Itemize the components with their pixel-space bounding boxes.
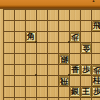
board-square-3-6[interactable]: 香 <box>70 65 81 76</box>
board-grid: 飛角歩金銀香歩歩飛桂銀王歩 <box>3 9 100 100</box>
board-square-9-8[interactable] <box>4 87 15 98</box>
board-square-5-8[interactable] <box>48 87 59 98</box>
board-square-5-7[interactable] <box>48 76 59 87</box>
shogi-piece-sente-pawn[interactable]: 歩 <box>92 87 100 97</box>
file-coordinate-label: 1 <box>92 0 96 3</box>
hoshi-dot <box>35 74 37 76</box>
board-square-5-1[interactable] <box>48 10 59 21</box>
shogi-piece-gote-silver[interactable]: 銀 <box>59 54 69 64</box>
board-square-6-7[interactable] <box>37 76 48 87</box>
board-square-6-4[interactable] <box>37 43 48 54</box>
shogi-piece-sente-rook[interactable]: 飛 <box>92 21 100 31</box>
board-square-1-6[interactable]: 歩 <box>92 65 100 76</box>
shogi-app-screenshot: 1 飛角歩金銀香歩歩飛桂銀王歩 <box>0 0 100 100</box>
board-square-2-6[interactable]: 歩 <box>81 65 92 76</box>
board-square-7-9[interactable] <box>26 98 37 100</box>
hoshi-dot <box>68 74 70 76</box>
board-square-1-3[interactable] <box>92 32 100 43</box>
board-square-7-5[interactable] <box>26 54 37 65</box>
board-square-4-8[interactable] <box>59 87 70 98</box>
board-square-5-4[interactable] <box>48 43 59 54</box>
board-square-6-6[interactable] <box>37 65 48 76</box>
board-square-4-1[interactable] <box>59 10 70 21</box>
board-square-3-2[interactable] <box>70 21 81 32</box>
board-square-9-4[interactable] <box>4 43 15 54</box>
board-square-9-1[interactable] <box>4 10 15 21</box>
board-square-7-4[interactable] <box>26 43 37 54</box>
board-square-6-2[interactable] <box>37 21 48 32</box>
board-square-4-7[interactable]: 飛 <box>59 76 70 87</box>
board-square-3-7[interactable] <box>70 76 81 87</box>
shogi-piece-gote-pawn[interactable]: 歩 <box>92 65 100 75</box>
shogi-piece-sente-lance[interactable]: 香 <box>70 65 80 75</box>
board-square-2-9[interactable] <box>81 98 92 100</box>
board-square-7-7[interactable] <box>26 76 37 87</box>
table-wood-strip: 1 <box>0 0 100 9</box>
board-square-8-8[interactable] <box>15 87 26 98</box>
shogi-piece-gote-gold[interactable]: 金 <box>81 43 91 53</box>
board-square-3-1[interactable] <box>70 10 81 21</box>
board-square-1-4[interactable] <box>92 43 100 54</box>
hoshi-dot <box>35 41 37 43</box>
board-square-8-6[interactable] <box>15 65 26 76</box>
board-square-2-8[interactable]: 王 <box>81 87 92 98</box>
board-square-5-3[interactable] <box>48 32 59 43</box>
board-square-4-9[interactable] <box>59 98 70 100</box>
hoshi-dot <box>68 41 70 43</box>
board-square-1-9[interactable] <box>92 98 100 100</box>
board-square-8-4[interactable] <box>15 43 26 54</box>
board-square-6-3[interactable] <box>37 32 48 43</box>
board-square-3-9[interactable] <box>70 98 81 100</box>
board-square-5-2[interactable] <box>48 21 59 32</box>
board-square-6-5[interactable] <box>37 54 48 65</box>
board-square-4-2[interactable] <box>59 21 70 32</box>
board-square-9-6[interactable] <box>4 65 15 76</box>
board-square-8-7[interactable] <box>15 76 26 87</box>
board-square-5-5[interactable] <box>48 54 59 65</box>
board-square-6-8[interactable] <box>37 87 48 98</box>
board-square-1-8[interactable]: 歩 <box>92 87 100 98</box>
board-square-9-7[interactable] <box>4 76 15 87</box>
board-square-8-3[interactable] <box>15 32 26 43</box>
shogi-piece-sente-knight[interactable]: 桂 <box>92 76 100 86</box>
board-square-3-5[interactable] <box>70 54 81 65</box>
board-square-8-9[interactable] <box>15 98 26 100</box>
board-square-1-1[interactable] <box>92 10 100 21</box>
board-square-3-8[interactable]: 銀 <box>70 87 81 98</box>
board-square-4-5[interactable]: 銀 <box>59 54 70 65</box>
board-square-3-3[interactable]: 歩 <box>70 32 81 43</box>
board-square-7-8[interactable] <box>26 87 37 98</box>
shogi-piece-sente-silver[interactable]: 銀 <box>70 87 80 97</box>
board-square-6-1[interactable] <box>37 10 48 21</box>
board-square-2-1[interactable] <box>81 10 92 21</box>
shogi-piece-sente-king[interactable]: 王 <box>81 87 91 97</box>
shogi-piece-sente-pawn[interactable]: 歩 <box>81 65 91 75</box>
board-square-2-4[interactable]: 金 <box>81 43 92 54</box>
board-square-1-7[interactable]: 桂 <box>92 76 100 87</box>
board-square-9-9[interactable] <box>4 98 15 100</box>
shogi-piece-gote-pawn[interactable]: 歩 <box>70 32 80 42</box>
board-square-9-3[interactable] <box>4 32 15 43</box>
shogi-piece-gote-rook[interactable]: 飛 <box>59 76 69 86</box>
board-square-1-5[interactable] <box>92 54 100 65</box>
board-square-3-4[interactable] <box>70 43 81 54</box>
board-square-7-1[interactable] <box>26 10 37 21</box>
board-square-6-9[interactable] <box>37 98 48 100</box>
board-square-2-7[interactable] <box>81 76 92 87</box>
board-square-2-2[interactable] <box>81 21 92 32</box>
board-square-2-3[interactable] <box>81 32 92 43</box>
board-square-9-2[interactable] <box>4 21 15 32</box>
board-square-9-5[interactable] <box>4 54 15 65</box>
board-square-4-4[interactable] <box>59 43 70 54</box>
board-square-1-2[interactable]: 飛 <box>92 21 100 32</box>
board-square-5-6[interactable] <box>48 65 59 76</box>
board-square-8-2[interactable] <box>15 21 26 32</box>
board-square-7-2[interactable] <box>26 21 37 32</box>
board-square-5-9[interactable] <box>48 98 59 100</box>
board-square-8-5[interactable] <box>15 54 26 65</box>
board-square-8-1[interactable] <box>15 10 26 21</box>
board-square-2-5[interactable] <box>81 54 92 65</box>
